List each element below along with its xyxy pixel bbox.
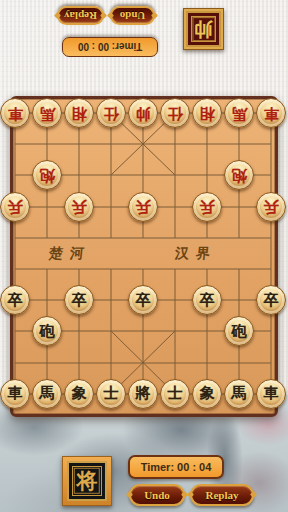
- piece-character: 砲: [232, 324, 247, 339]
- piece-character: 卒: [136, 293, 151, 308]
- black-soldier-piece[interactable]: 卒: [0, 285, 30, 315]
- piece-character: 兵: [264, 199, 279, 214]
- piece-character: 卒: [264, 293, 279, 308]
- black-elephant-piece[interactable]: 象: [64, 379, 94, 409]
- app-screen: Replay Undo Timer: 00 : 00 帅 楚河 汉界 車馬相仕帅…: [0, 0, 288, 512]
- piece-character: 相: [72, 106, 87, 121]
- piece-character: 將: [136, 386, 151, 401]
- opponent-timer: Timer: 00 : 00: [62, 37, 158, 57]
- piece-character: 炮: [40, 168, 55, 183]
- xiangqi-board[interactable]: 楚河 汉界 車馬相仕帅仕相馬車炮炮兵兵兵兵兵卒卒卒卒卒砲砲車馬象士將士象馬車: [10, 96, 278, 417]
- black-advisor-piece[interactable]: 士: [96, 379, 126, 409]
- red-advisor-piece[interactable]: 仕: [96, 98, 126, 128]
- black-general-icon-frame: 将: [67, 461, 107, 501]
- black-general-char: 将: [77, 467, 98, 495]
- piece-character: 士: [168, 386, 183, 401]
- black-horse-piece[interactable]: 馬: [224, 379, 254, 409]
- red-horse-piece[interactable]: 馬: [32, 98, 62, 128]
- piece-character: 車: [264, 386, 279, 401]
- red-general-icon: 帅: [183, 8, 224, 50]
- piece-character: 砲: [40, 324, 55, 339]
- piece-character: 卒: [200, 293, 215, 308]
- piece-character: 兵: [200, 199, 215, 214]
- red-horse-piece[interactable]: 馬: [224, 98, 254, 128]
- piece-character: 馬: [40, 106, 55, 121]
- piece-character: 卒: [8, 293, 23, 308]
- piece-character: 象: [200, 386, 215, 401]
- black-soldier-piece[interactable]: 卒: [64, 285, 94, 315]
- black-cannon-piece[interactable]: 砲: [32, 316, 62, 346]
- red-elephant-piece[interactable]: 相: [64, 98, 94, 128]
- red-general-char: 帅: [194, 16, 213, 42]
- piece-character: 車: [264, 106, 279, 121]
- piece-character: 兵: [136, 199, 151, 214]
- player-undo-button[interactable]: Undo: [129, 484, 185, 506]
- piece-character: 車: [8, 106, 23, 121]
- red-general-piece[interactable]: 帅: [128, 98, 158, 128]
- red-general-icon-frame: 帅: [186, 11, 221, 47]
- opponent-undo-button[interactable]: Undo: [110, 6, 155, 25]
- piece-character: 象: [72, 386, 87, 401]
- red-chariot-piece[interactable]: 車: [256, 98, 286, 128]
- opponent-replay-button[interactable]: Replay: [57, 6, 104, 25]
- black-advisor-piece[interactable]: 士: [160, 379, 190, 409]
- red-advisor-piece[interactable]: 仕: [160, 98, 190, 128]
- black-cannon-piece[interactable]: 砲: [224, 316, 254, 346]
- pieces-layer: 車馬相仕帅仕相馬車炮炮兵兵兵兵兵卒卒卒卒卒砲砲車馬象士將士象馬車: [13, 99, 275, 414]
- red-elephant-piece[interactable]: 相: [192, 98, 222, 128]
- red-cannon-piece[interactable]: 炮: [32, 160, 62, 190]
- piece-character: 仕: [104, 106, 119, 121]
- piece-character: 士: [104, 386, 119, 401]
- black-general-piece[interactable]: 將: [128, 379, 158, 409]
- red-soldier-piece[interactable]: 兵: [192, 192, 222, 222]
- black-chariot-piece[interactable]: 車: [0, 379, 30, 409]
- black-soldier-piece[interactable]: 卒: [192, 285, 222, 315]
- piece-character: 帅: [136, 106, 151, 121]
- piece-character: 炮: [232, 168, 247, 183]
- red-soldier-piece[interactable]: 兵: [0, 192, 30, 222]
- piece-character: 兵: [8, 199, 23, 214]
- red-cannon-piece[interactable]: 炮: [224, 160, 254, 190]
- black-soldier-piece[interactable]: 卒: [256, 285, 286, 315]
- piece-character: 相: [200, 106, 215, 121]
- red-chariot-piece[interactable]: 車: [0, 98, 30, 128]
- red-soldier-piece[interactable]: 兵: [256, 192, 286, 222]
- black-chariot-piece[interactable]: 車: [256, 379, 286, 409]
- piece-character: 馬: [232, 386, 247, 401]
- piece-character: 車: [8, 386, 23, 401]
- red-soldier-piece[interactable]: 兵: [128, 192, 158, 222]
- piece-character: 卒: [72, 293, 87, 308]
- piece-character: 馬: [40, 386, 55, 401]
- piece-character: 仕: [168, 106, 183, 121]
- black-soldier-piece[interactable]: 卒: [128, 285, 158, 315]
- red-soldier-piece[interactable]: 兵: [64, 192, 94, 222]
- player-timer: Timer: 00 : 04: [128, 455, 224, 479]
- black-elephant-piece[interactable]: 象: [192, 379, 222, 409]
- piece-character: 兵: [72, 199, 87, 214]
- black-horse-piece[interactable]: 馬: [32, 379, 62, 409]
- black-general-icon: 将: [62, 456, 112, 506]
- player-replay-button[interactable]: Replay: [190, 484, 254, 506]
- piece-character: 馬: [232, 106, 247, 121]
